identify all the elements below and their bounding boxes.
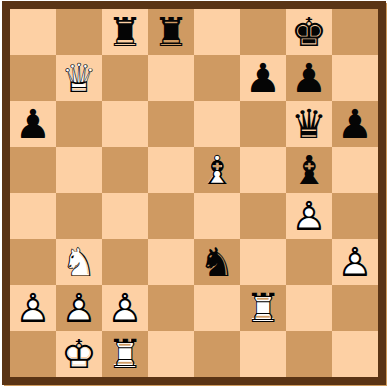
square-a2[interactable]: ♟♙ — [10, 285, 56, 331]
square-b6[interactable] — [56, 101, 102, 147]
square-d7[interactable] — [148, 55, 194, 101]
black-king-icon: ♚ — [286, 9, 332, 55]
square-a6[interactable]: ♟ — [10, 101, 56, 147]
white-rook-icon: ♖ — [102, 331, 148, 377]
square-b8[interactable] — [56, 9, 102, 55]
square-b7[interactable]: ♛♕ — [56, 55, 102, 101]
white-pawn-icon: ♙ — [332, 239, 378, 285]
white-pawn-icon: ♙ — [10, 285, 56, 331]
square-h6[interactable]: ♟ — [332, 101, 378, 147]
square-g2[interactable] — [286, 285, 332, 331]
white-rook-icon: ♖ — [240, 285, 286, 331]
white-king-icon: ♔ — [56, 331, 102, 377]
square-h4[interactable] — [332, 193, 378, 239]
square-h2[interactable] — [332, 285, 378, 331]
square-f6[interactable] — [240, 101, 286, 147]
black-pawn-icon: ♟ — [332, 101, 378, 147]
square-e8[interactable] — [194, 9, 240, 55]
square-d3[interactable] — [148, 239, 194, 285]
square-a3[interactable] — [10, 239, 56, 285]
piece-white-knight[interactable]: ♞♘ — [56, 239, 102, 285]
piece-black-pawn[interactable]: ♟ — [286, 55, 332, 101]
white-queen-icon: ♕ — [56, 55, 102, 101]
square-f5[interactable] — [240, 147, 286, 193]
square-h5[interactable] — [332, 147, 378, 193]
piece-white-rook[interactable]: ♜♖ — [240, 285, 286, 331]
square-h1[interactable] — [332, 331, 378, 377]
black-knight-icon: ♞ — [194, 239, 240, 285]
square-b2[interactable]: ♟♙ — [56, 285, 102, 331]
square-a1[interactable] — [10, 331, 56, 377]
square-b1[interactable]: ♚♔ — [56, 331, 102, 377]
square-c7[interactable] — [102, 55, 148, 101]
square-c3[interactable] — [102, 239, 148, 285]
square-c4[interactable] — [102, 193, 148, 239]
square-b3[interactable]: ♞♘ — [56, 239, 102, 285]
square-e4[interactable] — [194, 193, 240, 239]
square-g7[interactable]: ♟ — [286, 55, 332, 101]
black-queen-icon: ♛ — [286, 101, 332, 147]
square-f4[interactable] — [240, 193, 286, 239]
square-c1[interactable]: ♜♖ — [102, 331, 148, 377]
square-b5[interactable] — [56, 147, 102, 193]
square-f7[interactable]: ♟ — [240, 55, 286, 101]
square-d8[interactable]: ♜ — [148, 9, 194, 55]
piece-black-bishop[interactable]: ♝ — [286, 147, 332, 193]
square-g5[interactable]: ♝ — [286, 147, 332, 193]
square-d2[interactable] — [148, 285, 194, 331]
square-f8[interactable] — [240, 9, 286, 55]
square-g4[interactable]: ♟♙ — [286, 193, 332, 239]
piece-black-pawn[interactable]: ♟ — [10, 101, 56, 147]
piece-black-pawn[interactable]: ♟ — [332, 101, 378, 147]
square-d4[interactable] — [148, 193, 194, 239]
square-a8[interactable] — [10, 9, 56, 55]
square-e5[interactable]: ♝♗ — [194, 147, 240, 193]
square-d5[interactable] — [148, 147, 194, 193]
white-pawn-icon: ♙ — [56, 285, 102, 331]
white-bishop-icon: ♗ — [194, 147, 240, 193]
black-pawn-icon: ♟ — [10, 101, 56, 147]
piece-black-pawn[interactable]: ♟ — [240, 55, 286, 101]
piece-black-queen[interactable]: ♛ — [286, 101, 332, 147]
square-e2[interactable] — [194, 285, 240, 331]
black-bishop-icon: ♝ — [286, 147, 332, 193]
square-a7[interactable] — [10, 55, 56, 101]
square-e1[interactable] — [194, 331, 240, 377]
square-h7[interactable] — [332, 55, 378, 101]
square-d1[interactable] — [148, 331, 194, 377]
black-pawn-icon: ♟ — [286, 55, 332, 101]
square-e7[interactable] — [194, 55, 240, 101]
square-c2[interactable]: ♟♙ — [102, 285, 148, 331]
piece-white-queen[interactable]: ♛♕ — [56, 55, 102, 101]
square-f3[interactable] — [240, 239, 286, 285]
square-a4[interactable] — [10, 193, 56, 239]
piece-white-pawn[interactable]: ♟♙ — [332, 239, 378, 285]
black-rook-icon: ♜ — [102, 9, 148, 55]
square-f1[interactable] — [240, 331, 286, 377]
white-knight-icon: ♘ — [56, 239, 102, 285]
square-c6[interactable] — [102, 101, 148, 147]
piece-white-pawn[interactable]: ♟♙ — [56, 285, 102, 331]
square-h3[interactable]: ♟♙ — [332, 239, 378, 285]
white-pawn-icon: ♙ — [102, 285, 148, 331]
chess-board-frame: ♜♜♚♛♕♟♟♟♛♟♝♗♝♟♙♞♘♞♟♙♟♙♟♙♟♙♜♖♚♔♜♖ — [2, 1, 386, 385]
piece-white-rook[interactable]: ♜♖ — [102, 331, 148, 377]
black-pawn-icon: ♟ — [240, 55, 286, 101]
white-pawn-icon: ♙ — [286, 193, 332, 239]
piece-white-pawn[interactable]: ♟♙ — [286, 193, 332, 239]
square-g6[interactable]: ♛ — [286, 101, 332, 147]
square-d6[interactable] — [148, 101, 194, 147]
piece-white-king[interactable]: ♚♔ — [56, 331, 102, 377]
piece-black-rook[interactable]: ♜ — [148, 9, 194, 55]
square-e3[interactable]: ♞ — [194, 239, 240, 285]
piece-black-king[interactable]: ♚ — [286, 9, 332, 55]
square-a5[interactable] — [10, 147, 56, 193]
piece-black-rook[interactable]: ♜ — [102, 9, 148, 55]
piece-white-bishop[interactable]: ♝♗ — [194, 147, 240, 193]
square-g8[interactable]: ♚ — [286, 9, 332, 55]
chess-board: ♜♜♚♛♕♟♟♟♛♟♝♗♝♟♙♞♘♞♟♙♟♙♟♙♟♙♜♖♚♔♜♖ — [10, 9, 378, 377]
square-b4[interactable] — [56, 193, 102, 239]
piece-black-knight[interactable]: ♞ — [194, 239, 240, 285]
piece-white-pawn[interactable]: ♟♙ — [10, 285, 56, 331]
square-g3[interactable] — [286, 239, 332, 285]
square-f2[interactable]: ♜♖ — [240, 285, 286, 331]
square-e6[interactable] — [194, 101, 240, 147]
piece-white-pawn[interactable]: ♟♙ — [102, 285, 148, 331]
black-rook-icon: ♜ — [148, 9, 194, 55]
square-g1[interactable] — [286, 331, 332, 377]
square-c8[interactable]: ♜ — [102, 9, 148, 55]
square-c5[interactable] — [102, 147, 148, 193]
square-h8[interactable] — [332, 9, 378, 55]
